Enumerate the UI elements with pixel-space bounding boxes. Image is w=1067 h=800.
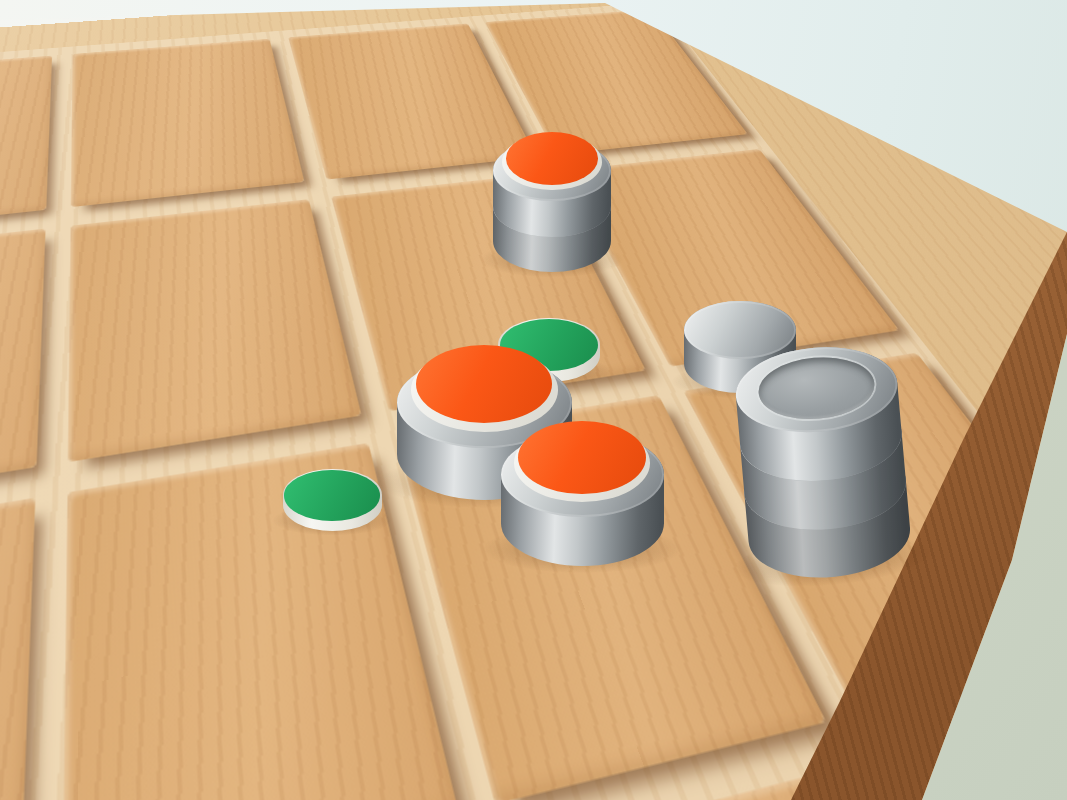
piece-steel-g3[interactable] <box>732 338 914 584</box>
piece-green-d3[interactable] <box>283 469 382 531</box>
photo-scene <box>0 0 1067 800</box>
piece-orange-f3[interactable] <box>501 414 664 566</box>
piece-orange-f5[interactable] <box>493 127 611 272</box>
pieces-layer <box>0 0 1067 800</box>
